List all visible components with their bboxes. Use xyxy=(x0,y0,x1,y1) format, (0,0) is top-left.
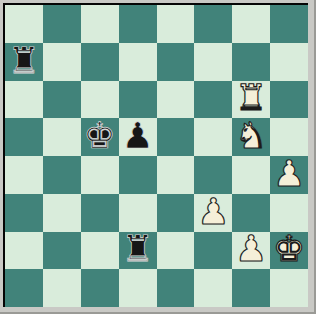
square-a5[interactable] xyxy=(5,118,43,156)
square-g3[interactable] xyxy=(232,194,270,232)
square-c1[interactable] xyxy=(81,269,119,307)
square-d3[interactable] xyxy=(119,194,157,232)
piece-white-pawn[interactable]: ♟ xyxy=(197,194,229,230)
square-a7[interactable]: ♜ xyxy=(5,43,43,81)
piece-black-rook[interactable]: ♜ xyxy=(121,232,153,268)
piece-white-rook[interactable]: ♜ xyxy=(235,81,267,117)
square-e7[interactable] xyxy=(157,43,195,81)
square-h6[interactable] xyxy=(270,81,308,119)
square-c3[interactable] xyxy=(81,194,119,232)
square-b4[interactable] xyxy=(43,156,81,194)
square-f4[interactable] xyxy=(194,156,232,194)
square-f2[interactable] xyxy=(194,232,232,270)
square-h5[interactable] xyxy=(270,118,308,156)
square-e1[interactable] xyxy=(157,269,195,307)
square-c5[interactable]: ♚ xyxy=(81,118,119,156)
square-b5[interactable] xyxy=(43,118,81,156)
square-d7[interactable] xyxy=(119,43,157,81)
square-a3[interactable] xyxy=(5,194,43,232)
chess-board: ♜♜♚♟♞♟♟♜♟♚ xyxy=(3,3,308,307)
square-d1[interactable] xyxy=(119,269,157,307)
square-b3[interactable] xyxy=(43,194,81,232)
square-f3[interactable]: ♟ xyxy=(194,194,232,232)
square-f5[interactable] xyxy=(194,118,232,156)
square-a2[interactable] xyxy=(5,232,43,270)
square-h3[interactable] xyxy=(270,194,308,232)
square-d8[interactable] xyxy=(119,5,157,43)
square-f1[interactable] xyxy=(194,269,232,307)
square-g8[interactable] xyxy=(232,5,270,43)
square-d4[interactable] xyxy=(119,156,157,194)
square-f6[interactable] xyxy=(194,81,232,119)
piece-black-rook[interactable]: ♜ xyxy=(8,43,40,79)
square-a4[interactable] xyxy=(5,156,43,194)
square-a6[interactable] xyxy=(5,81,43,119)
piece-white-king[interactable]: ♚ xyxy=(273,232,305,268)
square-f8[interactable] xyxy=(194,5,232,43)
square-h8[interactable] xyxy=(270,5,308,43)
square-h4[interactable]: ♟ xyxy=(270,156,308,194)
square-d5[interactable]: ♟ xyxy=(119,118,157,156)
square-g5[interactable]: ♞ xyxy=(232,118,270,156)
square-h1[interactable] xyxy=(270,269,308,307)
square-b8[interactable] xyxy=(43,5,81,43)
square-e5[interactable] xyxy=(157,118,195,156)
square-e2[interactable] xyxy=(157,232,195,270)
square-b2[interactable] xyxy=(43,232,81,270)
square-c8[interactable] xyxy=(81,5,119,43)
square-c4[interactable] xyxy=(81,156,119,194)
square-d2[interactable]: ♜ xyxy=(119,232,157,270)
piece-white-knight[interactable]: ♞ xyxy=(235,118,267,154)
square-a1[interactable] xyxy=(5,269,43,307)
square-b7[interactable] xyxy=(43,43,81,81)
square-e8[interactable] xyxy=(157,5,195,43)
square-h7[interactable] xyxy=(270,43,308,81)
square-e3[interactable] xyxy=(157,194,195,232)
square-g7[interactable] xyxy=(232,43,270,81)
square-f7[interactable] xyxy=(194,43,232,81)
piece-white-pawn[interactable]: ♟ xyxy=(273,156,305,192)
square-g6[interactable]: ♜ xyxy=(232,81,270,119)
piece-black-king[interactable]: ♚ xyxy=(84,118,116,154)
square-c6[interactable] xyxy=(81,81,119,119)
square-e6[interactable] xyxy=(157,81,195,119)
square-g2[interactable]: ♟ xyxy=(232,232,270,270)
square-g4[interactable] xyxy=(232,156,270,194)
square-c7[interactable] xyxy=(81,43,119,81)
square-c2[interactable] xyxy=(81,232,119,270)
chess-window: ♜♜♚♟♞♟♟♜♟♚ xyxy=(0,0,316,314)
square-h2[interactable]: ♚ xyxy=(270,232,308,270)
piece-black-pawn[interactable]: ♟ xyxy=(121,118,153,154)
piece-white-pawn[interactable]: ♟ xyxy=(235,232,267,268)
square-d6[interactable] xyxy=(119,81,157,119)
square-a8[interactable] xyxy=(5,5,43,43)
square-b1[interactable] xyxy=(43,269,81,307)
square-e4[interactable] xyxy=(157,156,195,194)
square-g1[interactable] xyxy=(232,269,270,307)
square-b6[interactable] xyxy=(43,81,81,119)
